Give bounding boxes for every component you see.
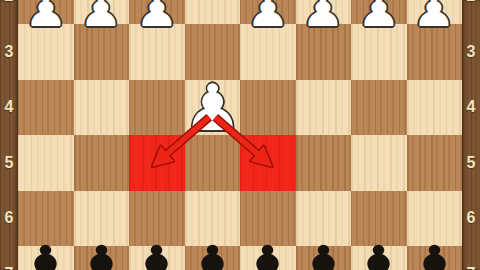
highlighted-square-f5[interactable] [129, 135, 185, 191]
white-pawn-icon: ♟ [135, 0, 178, 33]
rank-label-7: 7 [0, 264, 18, 270]
square-h5[interactable] [18, 135, 74, 191]
rank-label-4: 4 [462, 97, 480, 117]
rank-label-3: 3 [462, 42, 480, 62]
rank-label-6: 6 [0, 208, 18, 228]
rank-label-6: 6 [462, 208, 480, 228]
square-g4[interactable] [74, 80, 130, 136]
piece-white-pawn-h2[interactable]: ♟ [18, 0, 74, 24]
piece-white-pawn-b2[interactable]: ♟ [351, 0, 407, 24]
highlighted-square-d5[interactable] [240, 135, 296, 191]
square-h4[interactable] [18, 80, 74, 136]
square-c5[interactable] [296, 135, 352, 191]
rank-label-5: 5 [462, 153, 480, 173]
piece-white-pawn-c2[interactable]: ♟ [296, 0, 352, 24]
piece-black-pawn-a7[interactable]: ♟ [407, 246, 463, 270]
square-b4[interactable] [351, 80, 407, 136]
black-pawn-icon: ♟ [402, 238, 467, 270]
piece-white-pawn-g2[interactable]: ♟ [74, 0, 130, 24]
piece-black-pawn-g7[interactable]: ♟ [74, 246, 130, 270]
rank-label-4: 4 [0, 97, 18, 117]
piece-black-pawn-b7[interactable]: ♟ [351, 246, 407, 270]
square-g5[interactable] [74, 135, 130, 191]
square-a5[interactable] [407, 135, 463, 191]
white-pawn-icon: ♟ [357, 0, 400, 33]
piece-white-pawn-f2[interactable]: ♟ [129, 0, 185, 24]
piece-black-pawn-d7[interactable]: ♟ [240, 246, 296, 270]
piece-black-pawn-h7[interactable]: ♟ [18, 246, 74, 270]
white-pawn-icon: ♟ [182, 76, 242, 140]
right-rank-rail: 2 3 4 5 6 7 [462, 0, 480, 270]
square-d4[interactable] [240, 80, 296, 136]
white-pawn-icon: ♟ [80, 0, 123, 33]
white-pawn-icon: ♟ [413, 0, 456, 33]
square-b5[interactable] [351, 135, 407, 191]
white-pawn-icon: ♟ [302, 0, 345, 33]
piece-black-pawn-e7[interactable]: ♟ [185, 246, 241, 270]
piece-white-pawn-e4[interactable]: ♟ [185, 80, 241, 136]
piece-white-pawn-d2[interactable]: ♟ [240, 0, 296, 24]
white-pawn-icon: ♟ [24, 0, 67, 33]
chess-lesson-frame: 2 3 4 5 6 7 2 3 4 5 6 7 ♟♟♟♟♟♟♟♟♟♟♟♟♟♟♟♟ [0, 0, 480, 270]
rank-label-5: 5 [0, 153, 18, 173]
square-e2[interactable] [185, 0, 241, 24]
rank-label-2: 2 [0, 0, 18, 6]
piece-black-pawn-c7[interactable]: ♟ [296, 246, 352, 270]
square-c4[interactable] [296, 80, 352, 136]
square-f4[interactable] [129, 80, 185, 136]
rank-label-7: 7 [462, 264, 480, 270]
white-pawn-icon: ♟ [246, 0, 289, 33]
piece-white-pawn-a2[interactable]: ♟ [407, 0, 463, 24]
piece-black-pawn-f7[interactable]: ♟ [129, 246, 185, 270]
rank-label-2: 2 [462, 0, 480, 6]
square-a4[interactable] [407, 80, 463, 136]
left-rank-rail: 2 3 4 5 6 7 [0, 0, 18, 270]
rank-label-3: 3 [0, 42, 18, 62]
